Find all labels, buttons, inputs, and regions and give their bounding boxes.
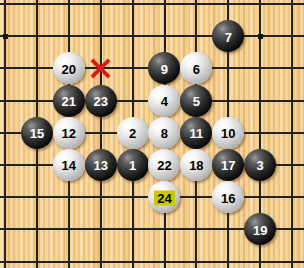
intersection-c8r3[interactable] xyxy=(244,84,276,116)
intersection-c5r0[interactable] xyxy=(149,0,181,20)
intersection-c8r1[interactable] xyxy=(244,20,276,52)
stone-black: 21 xyxy=(53,85,85,117)
intersection-c9r2[interactable] xyxy=(276,52,304,84)
stone-white: 24 xyxy=(148,181,180,213)
intersection-c7r4[interactable]: 10 xyxy=(212,117,244,149)
stone-black: 7 xyxy=(212,20,244,52)
intersection-c4r0[interactable] xyxy=(117,0,149,20)
stone-white: 4 xyxy=(148,85,180,117)
stone-number: 24 xyxy=(154,190,174,205)
stone-number: 14 xyxy=(62,159,76,172)
intersection-c3r6[interactable] xyxy=(85,181,117,213)
intersection-c2r5[interactable]: 14 xyxy=(53,149,85,181)
intersection-c0r1[interactable] xyxy=(0,20,21,52)
stone-white: 22 xyxy=(148,149,180,181)
intersection-c5r3[interactable]: 4 xyxy=(149,84,181,116)
intersection-c9r3[interactable] xyxy=(276,84,304,116)
intersection-c3r5[interactable]: 13 xyxy=(85,149,117,181)
stone-white: 2 xyxy=(117,117,149,149)
intersection-c5r8[interactable] xyxy=(149,245,181,268)
intersection-c3r8[interactable] xyxy=(85,245,117,268)
stone-black: 1 xyxy=(117,149,149,181)
intersection-c1r4[interactable]: 15 xyxy=(21,117,53,149)
stone-black: 9 xyxy=(148,52,180,84)
intersection-c6r2[interactable]: 6 xyxy=(180,52,212,84)
intersection-c4r5[interactable]: 1 xyxy=(117,149,149,181)
intersection-c8r4[interactable] xyxy=(244,117,276,149)
intersection-c3r7[interactable] xyxy=(85,213,117,245)
intersection-c2r7[interactable] xyxy=(53,213,85,245)
intersection-c9r4[interactable] xyxy=(276,117,304,149)
intersection-c1r0[interactable] xyxy=(21,0,53,20)
intersection-c3r4[interactable] xyxy=(85,117,117,149)
intersection-c3r1[interactable] xyxy=(85,20,117,52)
stone-number: 22 xyxy=(157,159,171,172)
stone-black: 19 xyxy=(244,213,276,245)
intersection-c9r0[interactable] xyxy=(276,0,304,20)
intersection-c8r6[interactable] xyxy=(244,181,276,213)
go-board: 720962123451512281110141312218173241619 xyxy=(0,0,304,268)
intersection-c0r6[interactable] xyxy=(0,181,21,213)
intersection-c9r7[interactable] xyxy=(276,213,304,245)
intersection-c2r4[interactable]: 12 xyxy=(53,117,85,149)
stone-number: 23 xyxy=(93,95,107,108)
stone-number: 1 xyxy=(129,159,136,172)
stone-number: 13 xyxy=(93,159,107,172)
intersection-c7r1[interactable]: 7 xyxy=(212,20,244,52)
intersection-c0r3[interactable] xyxy=(0,84,21,116)
intersection-c2r3[interactable]: 21 xyxy=(53,84,85,116)
intersection-c1r6[interactable] xyxy=(21,181,53,213)
intersection-c7r8[interactable] xyxy=(212,245,244,268)
intersection-c1r2[interactable] xyxy=(21,52,53,84)
intersection-c4r3[interactable] xyxy=(117,84,149,116)
intersection-c3r0[interactable] xyxy=(85,0,117,20)
stone-number: 11 xyxy=(189,127,203,140)
intersection-c7r2[interactable] xyxy=(212,52,244,84)
stone-number: 15 xyxy=(30,127,44,140)
stone-number: 12 xyxy=(62,127,76,140)
intersection-c6r3[interactable]: 5 xyxy=(180,84,212,116)
stone-white: 12 xyxy=(53,117,85,149)
intersection-c0r7[interactable] xyxy=(0,213,21,245)
intersection-c6r8[interactable] xyxy=(180,245,212,268)
intersection-c4r6[interactable] xyxy=(117,181,149,213)
intersection-c7r0[interactable] xyxy=(212,0,244,20)
stone-black: 5 xyxy=(180,85,212,117)
intersection-c6r0[interactable] xyxy=(180,0,212,20)
intersection-c6r1[interactable] xyxy=(180,20,212,52)
intersection-c2r6[interactable] xyxy=(53,181,85,213)
intersection-c9r6[interactable] xyxy=(276,181,304,213)
stone-black: 13 xyxy=(85,149,117,181)
intersection-c8r8[interactable] xyxy=(244,245,276,268)
board-grid: 720962123451512281110141312218173241619 xyxy=(0,0,304,268)
intersection-c0r0[interactable] xyxy=(0,0,21,20)
stone-white: 14 xyxy=(53,149,85,181)
stone-number: 8 xyxy=(161,127,168,140)
intersection-c5r2[interactable]: 9 xyxy=(149,52,181,84)
intersection-c2r0[interactable] xyxy=(53,0,85,20)
red-x-marker xyxy=(89,57,112,80)
intersection-c4r1[interactable] xyxy=(117,20,149,52)
stone-number: 4 xyxy=(161,95,168,108)
intersection-c0r4[interactable] xyxy=(0,117,21,149)
intersection-c5r4[interactable]: 8 xyxy=(149,117,181,149)
intersection-c6r7[interactable] xyxy=(180,213,212,245)
intersection-c8r7[interactable]: 19 xyxy=(244,213,276,245)
intersection-c0r2[interactable] xyxy=(0,52,21,84)
intersection-c7r7[interactable] xyxy=(212,213,244,245)
intersection-c1r5[interactable] xyxy=(21,149,53,181)
stone-white: 16 xyxy=(212,181,244,213)
intersection-c2r8[interactable] xyxy=(53,245,85,268)
intersection-c4r2[interactable] xyxy=(117,52,149,84)
intersection-c8r2[interactable] xyxy=(244,52,276,84)
stone-white: 18 xyxy=(180,149,212,181)
intersection-c5r5[interactable]: 22 xyxy=(149,149,181,181)
stone-number: 3 xyxy=(257,159,264,172)
intersection-c8r5[interactable]: 3 xyxy=(244,149,276,181)
stone-number: 20 xyxy=(62,62,76,75)
intersection-c3r3[interactable]: 23 xyxy=(85,84,117,116)
hoshi-dot xyxy=(258,34,263,39)
intersection-c7r6[interactable]: 16 xyxy=(212,181,244,213)
intersection-c1r7[interactable] xyxy=(21,213,53,245)
intersection-c2r2[interactable]: 20 xyxy=(53,52,85,84)
intersection-c7r3[interactable] xyxy=(212,84,244,116)
intersection-c1r8[interactable] xyxy=(21,245,53,268)
stone-white: 6 xyxy=(180,52,212,84)
stone-black: 23 xyxy=(85,85,117,117)
stone-number: 10 xyxy=(221,127,235,140)
stone-number: 21 xyxy=(62,95,76,108)
intersection-c4r4[interactable]: 2 xyxy=(117,117,149,149)
stone-number: 2 xyxy=(129,127,136,140)
intersection-c5r7[interactable] xyxy=(149,213,181,245)
intersection-c0r5[interactable] xyxy=(0,149,21,181)
hoshi-dot xyxy=(3,34,8,39)
stone-white: 20 xyxy=(53,52,85,84)
intersection-c2r1[interactable] xyxy=(53,20,85,52)
stone-number: 7 xyxy=(225,30,232,43)
intersection-c9r8[interactable] xyxy=(276,245,304,268)
stone-number: 16 xyxy=(221,191,235,204)
stone-black: 3 xyxy=(244,149,276,181)
intersection-c6r6[interactable] xyxy=(180,181,212,213)
intersection-c4r7[interactable] xyxy=(117,213,149,245)
intersection-c1r3[interactable] xyxy=(21,84,53,116)
intersection-c7r5[interactable]: 17 xyxy=(212,149,244,181)
stone-number: 5 xyxy=(193,95,200,108)
stone-number: 9 xyxy=(161,62,168,75)
stone-white: 8 xyxy=(148,117,180,149)
intersection-c9r1[interactable] xyxy=(276,20,304,52)
stone-number: 6 xyxy=(193,62,200,75)
stone-white: 10 xyxy=(212,117,244,149)
stone-black: 15 xyxy=(21,117,53,149)
intersection-c5r1[interactable] xyxy=(149,20,181,52)
intersection-c4r8[interactable] xyxy=(117,245,149,268)
stone-number: 17 xyxy=(221,159,235,172)
stone-black: 11 xyxy=(180,117,212,149)
intersection-c5r6[interactable]: 24 xyxy=(149,181,181,213)
intersection-c1r1[interactable] xyxy=(21,20,53,52)
intersection-c9r5[interactable] xyxy=(276,149,304,181)
intersection-c6r4[interactable]: 11 xyxy=(180,117,212,149)
stone-number: 19 xyxy=(253,223,267,236)
intersection-c0r8[interactable] xyxy=(0,245,21,268)
stone-black: 17 xyxy=(212,149,244,181)
intersection-c8r0[interactable] xyxy=(244,0,276,20)
intersection-c6r5[interactable]: 18 xyxy=(180,149,212,181)
intersection-c3r2[interactable] xyxy=(85,52,117,84)
stone-number: 18 xyxy=(189,159,203,172)
